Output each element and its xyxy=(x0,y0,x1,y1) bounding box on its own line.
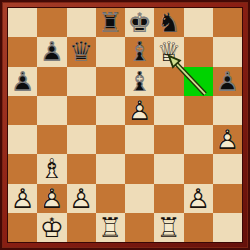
square-h5[interactable] xyxy=(213,96,242,125)
square-h6[interactable]: ♟♙ xyxy=(213,67,242,96)
piece-glyph-outline: ♙ xyxy=(186,185,210,212)
square-f4[interactable] xyxy=(154,125,183,154)
square-g2[interactable]: ♟♙ xyxy=(184,184,213,213)
square-e3[interactable] xyxy=(125,154,154,183)
piece-black-bishop: ♝♗ xyxy=(125,37,154,66)
piece-black-rook: ♜♖ xyxy=(96,8,125,37)
square-g1[interactable] xyxy=(184,213,213,242)
piece-white-rook: ♜♖ xyxy=(96,213,125,242)
piece-glyph-outline: ♖ xyxy=(98,214,122,241)
piece-white-pawn: ♟♙ xyxy=(125,96,154,125)
square-e5[interactable]: ♟♙ xyxy=(125,96,154,125)
chess-board: ♜♖♚♔♞♘♟♙♛♕♝♗♛♕♟♙♝♗♟♙♟♙♟♙♝♗♟♙♟♙♟♙♟♙♚♔♜♖♜♖ xyxy=(8,8,242,242)
square-h4[interactable]: ♟♙ xyxy=(213,125,242,154)
piece-black-bishop: ♝♗ xyxy=(125,67,154,96)
piece-white-pawn: ♟♙ xyxy=(213,125,242,154)
piece-black-queen: ♛♕ xyxy=(67,37,96,66)
square-g4[interactable] xyxy=(184,125,213,154)
square-f1[interactable]: ♜♖ xyxy=(154,213,183,242)
square-b6[interactable] xyxy=(37,67,66,96)
piece-glyph-fill: ♝ xyxy=(128,68,152,95)
square-c2[interactable]: ♟♙ xyxy=(67,184,96,213)
piece-glyph-outline: ♖ xyxy=(157,214,181,241)
piece-glyph-outline: ♔ xyxy=(40,214,64,241)
piece-glyph-outline: ♙ xyxy=(11,68,35,95)
square-a2[interactable]: ♟♙ xyxy=(8,184,37,213)
square-e6[interactable]: ♝♗ xyxy=(125,67,154,96)
piece-white-pawn: ♟♙ xyxy=(184,184,213,213)
square-d1[interactable]: ♜♖ xyxy=(96,213,125,242)
square-h3[interactable] xyxy=(213,154,242,183)
piece-glyph-fill: ♟ xyxy=(11,185,35,212)
square-a1[interactable] xyxy=(8,213,37,242)
piece-glyph-outline: ♙ xyxy=(128,97,152,124)
square-a8[interactable] xyxy=(8,8,37,37)
square-b4[interactable] xyxy=(37,125,66,154)
square-c8[interactable] xyxy=(67,8,96,37)
square-b1[interactable]: ♚♔ xyxy=(37,213,66,242)
piece-white-pawn: ♟♙ xyxy=(67,184,96,213)
piece-black-pawn: ♟♙ xyxy=(37,37,66,66)
piece-white-queen: ♛♕ xyxy=(154,37,183,66)
square-a4[interactable] xyxy=(8,125,37,154)
square-d5[interactable] xyxy=(96,96,125,125)
piece-white-pawn: ♟♙ xyxy=(37,184,66,213)
piece-white-rook: ♜♖ xyxy=(154,213,183,242)
square-e4[interactable] xyxy=(125,125,154,154)
piece-glyph-fill: ♞ xyxy=(157,9,181,36)
piece-glyph-outline: ♙ xyxy=(215,68,239,95)
square-b5[interactable] xyxy=(37,96,66,125)
square-d2[interactable] xyxy=(96,184,125,213)
piece-glyph-fill: ♟ xyxy=(40,38,64,65)
piece-glyph-fill: ♛ xyxy=(69,38,93,65)
square-b7[interactable]: ♟♙ xyxy=(37,37,66,66)
piece-glyph-outline: ♙ xyxy=(215,126,239,153)
piece-glyph-fill: ♜ xyxy=(98,9,122,36)
square-g5[interactable] xyxy=(184,96,213,125)
piece-black-king: ♚♔ xyxy=(125,8,154,37)
piece-glyph-fill: ♟ xyxy=(40,185,64,212)
piece-glyph-fill: ♟ xyxy=(215,68,239,95)
square-h2[interactable] xyxy=(213,184,242,213)
square-c7[interactable]: ♛♕ xyxy=(67,37,96,66)
piece-white-king: ♚♔ xyxy=(37,213,66,242)
piece-glyph-fill: ♜ xyxy=(98,214,122,241)
piece-black-knight: ♞♘ xyxy=(154,8,183,37)
square-d7[interactable] xyxy=(96,37,125,66)
square-g7[interactable] xyxy=(184,37,213,66)
piece-glyph-fill: ♟ xyxy=(215,126,239,153)
piece-glyph-fill: ♝ xyxy=(128,38,152,65)
square-f6[interactable] xyxy=(154,67,183,96)
piece-glyph-outline: ♕ xyxy=(69,38,93,65)
piece-glyph-fill: ♚ xyxy=(40,214,64,241)
square-f3[interactable] xyxy=(154,154,183,183)
board-frame: ♜♖♚♔♞♘♟♙♛♕♝♗♛♕♟♙♝♗♟♙♟♙♟♙♝♗♟♙♟♙♟♙♟♙♚♔♜♖♜♖ xyxy=(0,0,250,250)
square-e7[interactable]: ♝♗ xyxy=(125,37,154,66)
square-f5[interactable] xyxy=(154,96,183,125)
piece-glyph-fill: ♚ xyxy=(128,9,152,36)
piece-white-pawn: ♟♙ xyxy=(8,184,37,213)
square-f2[interactable] xyxy=(154,184,183,213)
square-a5[interactable] xyxy=(8,96,37,125)
square-h7[interactable] xyxy=(213,37,242,66)
square-d3[interactable] xyxy=(96,154,125,183)
piece-glyph-outline: ♙ xyxy=(69,185,93,212)
piece-black-pawn: ♟♙ xyxy=(213,67,242,96)
square-d8[interactable]: ♜♖ xyxy=(96,8,125,37)
square-a6[interactable]: ♟♙ xyxy=(8,67,37,96)
piece-glyph-outline: ♗ xyxy=(128,68,152,95)
piece-black-pawn: ♟♙ xyxy=(8,67,37,96)
square-f7[interactable]: ♛♕ xyxy=(154,37,183,66)
piece-glyph-outline: ♙ xyxy=(40,185,64,212)
square-c5[interactable] xyxy=(67,96,96,125)
square-e1[interactable] xyxy=(125,213,154,242)
square-b8[interactable] xyxy=(37,8,66,37)
square-c1[interactable] xyxy=(67,213,96,242)
square-e2[interactable] xyxy=(125,184,154,213)
square-b3[interactable]: ♝♗ xyxy=(37,154,66,183)
piece-glyph-fill: ♟ xyxy=(11,68,35,95)
piece-glyph-fill: ♟ xyxy=(69,185,93,212)
piece-white-bishop: ♝♗ xyxy=(37,154,66,183)
piece-glyph-fill: ♟ xyxy=(186,185,210,212)
square-f8[interactable]: ♞♘ xyxy=(154,8,183,37)
piece-glyph-fill: ♟ xyxy=(128,97,152,124)
piece-glyph-outline: ♗ xyxy=(40,155,64,182)
piece-glyph-fill: ♛ xyxy=(157,38,181,65)
piece-glyph-fill: ♜ xyxy=(157,214,181,241)
square-g8[interactable] xyxy=(184,8,213,37)
piece-glyph-fill: ♝ xyxy=(40,155,64,182)
square-d4[interactable] xyxy=(96,125,125,154)
piece-glyph-outline: ♖ xyxy=(98,9,122,36)
square-d6[interactable] xyxy=(96,67,125,96)
square-c4[interactable] xyxy=(67,125,96,154)
square-a7[interactable] xyxy=(8,37,37,66)
square-h8[interactable] xyxy=(213,8,242,37)
square-b2[interactable]: ♟♙ xyxy=(37,184,66,213)
square-g6[interactable] xyxy=(184,67,213,96)
square-h1[interactable] xyxy=(213,213,242,242)
piece-glyph-outline: ♘ xyxy=(157,9,181,36)
square-e8[interactable]: ♚♔ xyxy=(125,8,154,37)
square-c3[interactable] xyxy=(67,154,96,183)
piece-glyph-outline: ♙ xyxy=(11,185,35,212)
piece-glyph-outline: ♔ xyxy=(128,9,152,36)
piece-glyph-outline: ♕ xyxy=(157,38,181,65)
piece-glyph-outline: ♗ xyxy=(128,38,152,65)
square-c6[interactable] xyxy=(67,67,96,96)
piece-glyph-outline: ♙ xyxy=(40,38,64,65)
square-a3[interactable] xyxy=(8,154,37,183)
square-g3[interactable] xyxy=(184,154,213,183)
